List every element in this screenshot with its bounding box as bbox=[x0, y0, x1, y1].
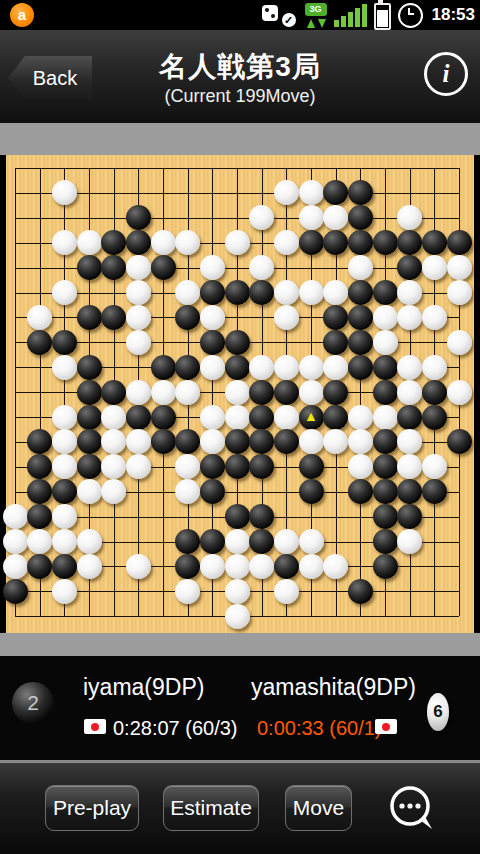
white-stone bbox=[397, 380, 422, 405]
black-stone bbox=[249, 380, 274, 405]
white-player-clock: 0:00:33 (60/1) bbox=[257, 717, 382, 740]
white-stone bbox=[299, 529, 324, 554]
white-stone bbox=[126, 255, 151, 280]
white-stone bbox=[274, 405, 299, 430]
move-button[interactable]: Move bbox=[285, 785, 352, 831]
white-stone bbox=[175, 280, 200, 305]
black-stone bbox=[249, 280, 274, 305]
black-stone bbox=[77, 429, 102, 454]
black-stone bbox=[348, 579, 373, 604]
white-stone bbox=[52, 579, 77, 604]
black-stone bbox=[249, 405, 274, 430]
player-panel: 2 iyama(9DP) 0:28:07 (60/3) yamashita(9D… bbox=[0, 656, 480, 760]
white-stone bbox=[126, 454, 151, 479]
white-stone bbox=[373, 305, 398, 330]
white-stone bbox=[126, 429, 151, 454]
white-stone bbox=[348, 255, 373, 280]
white-stone bbox=[52, 504, 77, 529]
white-stone bbox=[225, 554, 250, 579]
black-stone bbox=[225, 330, 250, 355]
alarm-clock-icon bbox=[398, 3, 423, 28]
white-stone bbox=[225, 405, 250, 430]
black-stone bbox=[126, 405, 151, 430]
app-icon: a bbox=[10, 3, 34, 27]
white-stone bbox=[348, 429, 373, 454]
white-stone bbox=[274, 529, 299, 554]
white-stone bbox=[274, 280, 299, 305]
white-stone bbox=[348, 405, 373, 430]
white-stone bbox=[299, 554, 324, 579]
signal-strength-icon bbox=[334, 3, 367, 27]
black-stone bbox=[373, 380, 398, 405]
black-stone bbox=[151, 429, 176, 454]
black-stone bbox=[77, 355, 102, 380]
black-stone bbox=[447, 429, 472, 454]
white-stone bbox=[274, 579, 299, 604]
white-stone bbox=[397, 429, 422, 454]
white-stone bbox=[225, 529, 250, 554]
black-stone bbox=[77, 255, 102, 280]
black-stone bbox=[175, 355, 200, 380]
estimate-button[interactable]: Estimate bbox=[163, 785, 259, 831]
white-stone bbox=[101, 479, 126, 504]
white-stone bbox=[397, 205, 422, 230]
black-stone bbox=[274, 554, 299, 579]
black-stone bbox=[422, 380, 447, 405]
white-stone bbox=[126, 305, 151, 330]
white-stone bbox=[52, 230, 77, 255]
black-stone bbox=[422, 405, 447, 430]
black-stone bbox=[373, 504, 398, 529]
white-player-flag-japan bbox=[375, 719, 397, 734]
white-stone bbox=[200, 405, 225, 430]
chat-button[interactable] bbox=[386, 783, 438, 835]
black-stone bbox=[101, 305, 126, 330]
black-stone bbox=[126, 230, 151, 255]
white-stone bbox=[422, 255, 447, 280]
dice-notification-icon: ✓ bbox=[262, 3, 298, 27]
white-stone bbox=[52, 180, 77, 205]
black-stone bbox=[397, 479, 422, 504]
white-stone bbox=[373, 330, 398, 355]
white-stone bbox=[447, 380, 472, 405]
black-stone bbox=[422, 479, 447, 504]
black-stone bbox=[348, 180, 373, 205]
white-stone bbox=[225, 579, 250, 604]
black-stone bbox=[225, 429, 250, 454]
go-board[interactable]: ▲ bbox=[6, 155, 474, 633]
black-stone bbox=[373, 454, 398, 479]
black-stone bbox=[373, 355, 398, 380]
black-stone bbox=[151, 405, 176, 430]
white-stone bbox=[299, 355, 324, 380]
bottom-toolbar: Pre-play Estimate Move bbox=[0, 763, 480, 854]
white-stone bbox=[200, 429, 225, 454]
white-stone bbox=[447, 255, 472, 280]
black-stone bbox=[27, 504, 52, 529]
black-stone bbox=[126, 205, 151, 230]
black-stone bbox=[27, 429, 52, 454]
black-stone bbox=[323, 380, 348, 405]
black-stone bbox=[101, 255, 126, 280]
black-stone bbox=[3, 579, 28, 604]
black-stone bbox=[348, 355, 373, 380]
white-stone bbox=[299, 380, 324, 405]
white-stone bbox=[151, 230, 176, 255]
black-stone bbox=[348, 305, 373, 330]
black-stone bbox=[249, 529, 274, 554]
white-stone bbox=[249, 554, 274, 579]
battery-icon bbox=[374, 3, 391, 30]
white-stone bbox=[200, 305, 225, 330]
white-stone bbox=[52, 529, 77, 554]
black-stone bbox=[200, 280, 225, 305]
white-stone bbox=[3, 554, 28, 579]
black-stone bbox=[101, 380, 126, 405]
white-stone bbox=[27, 305, 52, 330]
black-stone bbox=[299, 230, 324, 255]
white-stone bbox=[3, 504, 28, 529]
black-stone bbox=[200, 529, 225, 554]
white-stone bbox=[77, 230, 102, 255]
black-stone bbox=[52, 330, 77, 355]
white-stone bbox=[274, 180, 299, 205]
white-stone bbox=[52, 454, 77, 479]
white-stone bbox=[274, 355, 299, 380]
white-stone bbox=[175, 230, 200, 255]
black-stone-capture-badge: 2 bbox=[12, 682, 54, 724]
black-stone bbox=[52, 479, 77, 504]
black-stone bbox=[27, 454, 52, 479]
white-stone bbox=[200, 554, 225, 579]
black-stone bbox=[249, 429, 274, 454]
black-stone bbox=[151, 355, 176, 380]
white-stone bbox=[299, 429, 324, 454]
black-stone bbox=[175, 554, 200, 579]
black-stone bbox=[373, 554, 398, 579]
white-stone bbox=[422, 454, 447, 479]
white-stone bbox=[348, 454, 373, 479]
info-button[interactable]: i bbox=[424, 52, 468, 96]
black-stone bbox=[52, 554, 77, 579]
last-move-triangle-marker: ▲ bbox=[304, 409, 318, 423]
black-stone bbox=[348, 205, 373, 230]
board-margin-bottom bbox=[0, 633, 480, 656]
white-stone bbox=[101, 405, 126, 430]
black-stone bbox=[323, 230, 348, 255]
pre-play-button[interactable]: Pre-play bbox=[45, 785, 139, 831]
status-bar: a ✓ 3G 18:53 bbox=[0, 0, 480, 30]
white-stone bbox=[200, 255, 225, 280]
black-stone bbox=[373, 280, 398, 305]
white-stone bbox=[151, 380, 176, 405]
app-screen: a ✓ 3G 18:53 Back 名人戦第3局 (Current 199Mov… bbox=[0, 0, 480, 854]
move-counter: (Current 199Move) bbox=[0, 86, 480, 107]
white-stone bbox=[397, 454, 422, 479]
white-stone bbox=[126, 280, 151, 305]
black-player-name: iyama(9DP) bbox=[83, 674, 204, 701]
white-stone bbox=[77, 529, 102, 554]
white-stone bbox=[101, 429, 126, 454]
black-stone bbox=[373, 529, 398, 554]
black-stone bbox=[77, 405, 102, 430]
black-stone bbox=[397, 230, 422, 255]
black-stone bbox=[101, 230, 126, 255]
header-bar: Back 名人戦第3局 (Current 199Move) i bbox=[0, 30, 480, 123]
white-stone bbox=[126, 330, 151, 355]
black-stone bbox=[249, 504, 274, 529]
white-stone bbox=[126, 380, 151, 405]
white-stone bbox=[274, 230, 299, 255]
white-stone bbox=[397, 280, 422, 305]
black-stone bbox=[348, 479, 373, 504]
white-stone bbox=[249, 205, 274, 230]
board-margin-top bbox=[0, 123, 480, 155]
white-stone bbox=[225, 380, 250, 405]
black-stone bbox=[200, 330, 225, 355]
black-stone bbox=[348, 230, 373, 255]
black-stone bbox=[447, 230, 472, 255]
black-player-clock: 0:28:07 (60/3) bbox=[113, 717, 238, 740]
white-stone bbox=[52, 280, 77, 305]
white-stone bbox=[126, 554, 151, 579]
black-stone bbox=[225, 355, 250, 380]
white-stone bbox=[200, 355, 225, 380]
black-stone bbox=[249, 454, 274, 479]
white-stone bbox=[299, 280, 324, 305]
white-stone bbox=[299, 205, 324, 230]
black-stone bbox=[373, 479, 398, 504]
white-stone bbox=[422, 355, 447, 380]
white-stone bbox=[323, 355, 348, 380]
white-stone bbox=[27, 529, 52, 554]
black-stone bbox=[274, 429, 299, 454]
black-player-flag-japan bbox=[84, 719, 106, 734]
black-stone bbox=[225, 280, 250, 305]
white-stone bbox=[175, 380, 200, 405]
black-stone bbox=[225, 454, 250, 479]
black-stone bbox=[323, 330, 348, 355]
black-stone bbox=[27, 554, 52, 579]
white-stone bbox=[447, 280, 472, 305]
black-stone bbox=[200, 479, 225, 504]
black-stone bbox=[348, 330, 373, 355]
white-stone bbox=[175, 454, 200, 479]
white-stone bbox=[175, 579, 200, 604]
white-stone bbox=[373, 405, 398, 430]
black-stone bbox=[323, 405, 348, 430]
black-stone bbox=[175, 429, 200, 454]
white-stone bbox=[323, 280, 348, 305]
black-stone bbox=[299, 479, 324, 504]
white-stone bbox=[299, 180, 324, 205]
black-stone bbox=[27, 330, 52, 355]
black-stone bbox=[397, 405, 422, 430]
black-stone bbox=[274, 380, 299, 405]
white-stone bbox=[52, 355, 77, 380]
white-stone bbox=[323, 429, 348, 454]
black-stone bbox=[77, 454, 102, 479]
black-stone bbox=[77, 380, 102, 405]
white-stone bbox=[397, 305, 422, 330]
white-stone-capture-badge: 6 bbox=[427, 693, 449, 731]
white-stone bbox=[52, 429, 77, 454]
white-stone bbox=[323, 554, 348, 579]
white-stone bbox=[3, 529, 28, 554]
white-stone bbox=[422, 305, 447, 330]
white-stone bbox=[274, 305, 299, 330]
black-stone bbox=[27, 479, 52, 504]
black-stone bbox=[299, 454, 324, 479]
black-stone bbox=[422, 230, 447, 255]
white-stone bbox=[52, 405, 77, 430]
white-stone bbox=[77, 554, 102, 579]
black-stone bbox=[348, 280, 373, 305]
network-3g-icon: 3G bbox=[305, 2, 327, 28]
black-stone bbox=[323, 305, 348, 330]
white-stone bbox=[397, 355, 422, 380]
black-stone bbox=[373, 230, 398, 255]
white-stone bbox=[175, 479, 200, 504]
white-stone bbox=[249, 355, 274, 380]
black-stone bbox=[175, 529, 200, 554]
black-stone bbox=[397, 504, 422, 529]
black-stone bbox=[225, 504, 250, 529]
network-3g-label: 3G bbox=[305, 3, 327, 16]
black-stone bbox=[200, 454, 225, 479]
white-stone bbox=[77, 479, 102, 504]
white-stone bbox=[249, 255, 274, 280]
black-stone bbox=[175, 305, 200, 330]
black-stone bbox=[77, 305, 102, 330]
white-stone bbox=[447, 330, 472, 355]
black-stone bbox=[373, 429, 398, 454]
black-stone bbox=[151, 255, 176, 280]
page-title: 名人戦第3局 bbox=[0, 48, 480, 86]
white-stone bbox=[397, 529, 422, 554]
black-stone bbox=[323, 180, 348, 205]
white-stone bbox=[225, 230, 250, 255]
white-stone bbox=[323, 205, 348, 230]
white-player-name: yamashita(9DP) bbox=[251, 674, 416, 701]
speech-bubble-icon bbox=[386, 783, 438, 835]
black-stone bbox=[397, 255, 422, 280]
white-stone bbox=[225, 604, 250, 629]
white-stone bbox=[101, 454, 126, 479]
status-time: 18:53 bbox=[432, 5, 475, 25]
